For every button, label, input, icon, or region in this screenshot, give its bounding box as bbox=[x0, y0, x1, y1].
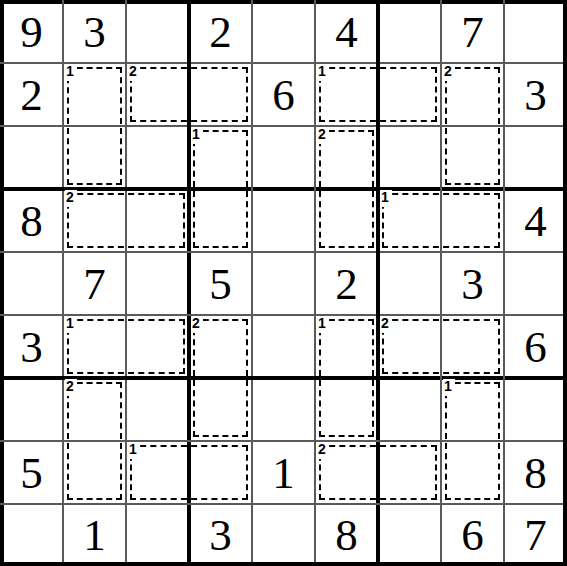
cage-label: 1 bbox=[317, 316, 329, 333]
cell-r5c8-given: 3 bbox=[441, 252, 504, 315]
cell-r2c1-given: 2 bbox=[0, 63, 63, 126]
cell-r1c8-given: 7 bbox=[441, 0, 504, 63]
cage-label: 2 bbox=[317, 127, 329, 144]
cell-r7c9[interactable] bbox=[504, 378, 567, 441]
cell-r9c8-given: 6 bbox=[441, 504, 504, 566]
cell-r3c1[interactable] bbox=[0, 126, 63, 189]
cell-r9c3[interactable] bbox=[126, 504, 189, 566]
cell-r7c5[interactable] bbox=[252, 378, 315, 441]
grid-line bbox=[251, 0, 253, 566]
cage-label: 2 bbox=[65, 190, 77, 207]
cell-r6c9-given: 6 bbox=[504, 315, 567, 378]
cell-r5c2-given: 7 bbox=[63, 252, 126, 315]
cell-r1c9[interactable] bbox=[504, 0, 567, 63]
cell-r5c3[interactable] bbox=[126, 252, 189, 315]
cell-r5c7[interactable] bbox=[378, 252, 441, 315]
cell-r5c5[interactable] bbox=[252, 252, 315, 315]
cell-r9c5[interactable] bbox=[252, 504, 315, 566]
cell-r3c9[interactable] bbox=[504, 126, 567, 189]
cage-r8c3: 1 bbox=[130, 445, 248, 500]
cell-r5c4-given: 5 bbox=[189, 252, 252, 315]
cell-r3c5[interactable] bbox=[252, 126, 315, 189]
cage-label: 2 bbox=[128, 64, 140, 81]
cell-r7c3[interactable] bbox=[126, 378, 189, 441]
cage-r7c8: 1 bbox=[445, 382, 500, 500]
cage-label: 1 bbox=[317, 64, 329, 81]
cage-label: 1 bbox=[191, 127, 203, 144]
cage-r2c8: 2 bbox=[445, 67, 500, 185]
cage-r2c3: 2 bbox=[130, 67, 248, 122]
cage-r4c7: 1 bbox=[382, 193, 500, 248]
cell-r9c9-given: 7 bbox=[504, 504, 567, 566]
grid-line bbox=[0, 62, 567, 64]
cell-r5c1[interactable] bbox=[0, 252, 63, 315]
grid-line bbox=[503, 0, 505, 566]
cage-r3c6: 2 bbox=[319, 130, 374, 248]
grid-line bbox=[314, 0, 316, 566]
cell-r1c6-given: 4 bbox=[315, 0, 378, 63]
cage-label: 1 bbox=[380, 190, 392, 207]
grid-line bbox=[0, 251, 567, 253]
cage-label: 2 bbox=[191, 316, 203, 333]
cell-r5c9[interactable] bbox=[504, 252, 567, 315]
box-border-line bbox=[0, 0, 567, 4]
cell-r8c9-given: 8 bbox=[504, 441, 567, 504]
cage-r6c2: 1 bbox=[67, 319, 185, 374]
box-border-line bbox=[0, 187, 567, 191]
cell-r7c1[interactable] bbox=[0, 378, 63, 441]
cell-r4c9-given: 4 bbox=[504, 189, 567, 252]
cage-label: 2 bbox=[443, 64, 455, 81]
cage-label: 1 bbox=[65, 64, 77, 81]
box-border-line bbox=[0, 376, 567, 380]
cell-r1c3[interactable] bbox=[126, 0, 189, 63]
cage-label: 1 bbox=[128, 442, 140, 459]
cell-r9c2-given: 1 bbox=[63, 504, 126, 566]
cell-r3c7[interactable] bbox=[378, 126, 441, 189]
cell-r2c5-given: 6 bbox=[252, 63, 315, 126]
cage-r2c2: 1 bbox=[67, 67, 122, 185]
box-border-line bbox=[0, 562, 567, 566]
cage-r6c6: 1 bbox=[319, 319, 374, 437]
cage-label: 2 bbox=[380, 316, 392, 333]
cell-r5c6-given: 2 bbox=[315, 252, 378, 315]
cell-r9c7[interactable] bbox=[378, 504, 441, 566]
cage-r6c4: 2 bbox=[193, 319, 248, 437]
cell-r1c4-given: 2 bbox=[189, 0, 252, 63]
cell-r1c7[interactable] bbox=[378, 0, 441, 63]
grid-line bbox=[62, 0, 64, 566]
cell-r7c7[interactable] bbox=[378, 378, 441, 441]
cell-r8c1-given: 5 bbox=[0, 441, 63, 504]
cell-r1c5[interactable] bbox=[252, 0, 315, 63]
cage-label: 2 bbox=[317, 442, 329, 459]
cell-r3c3[interactable] bbox=[126, 126, 189, 189]
cage-label: 1 bbox=[65, 316, 77, 333]
cell-r6c1-given: 3 bbox=[0, 315, 63, 378]
sudoku-board: 9324726384752336518138671212122112122121 bbox=[0, 0, 567, 566]
grid-line bbox=[440, 0, 442, 566]
cage-r4c2: 2 bbox=[67, 193, 185, 248]
cage-r2c6: 1 bbox=[319, 67, 437, 122]
cell-r2c9-given: 3 bbox=[504, 63, 567, 126]
box-border-line bbox=[563, 0, 567, 566]
grid-line bbox=[0, 314, 567, 316]
cell-r4c5[interactable] bbox=[252, 189, 315, 252]
cage-label: 1 bbox=[443, 379, 455, 396]
cage-r3c4: 1 bbox=[193, 130, 248, 248]
cell-r9c6-given: 8 bbox=[315, 504, 378, 566]
box-border-line bbox=[0, 0, 4, 566]
cell-r6c5[interactable] bbox=[252, 315, 315, 378]
grid-line bbox=[0, 503, 567, 505]
cell-r9c4-given: 3 bbox=[189, 504, 252, 566]
cell-r8c5-given: 1 bbox=[252, 441, 315, 504]
cage-r6c7: 2 bbox=[382, 319, 500, 374]
grid-line bbox=[125, 0, 127, 566]
cell-r1c1-given: 9 bbox=[0, 0, 63, 63]
cell-r4c1-given: 8 bbox=[0, 189, 63, 252]
cell-r1c2-given: 3 bbox=[63, 0, 126, 63]
cage-r8c6: 2 bbox=[319, 445, 437, 500]
cage-r7c2: 2 bbox=[67, 382, 122, 500]
cell-r9c1[interactable] bbox=[0, 504, 63, 566]
cage-label: 2 bbox=[65, 379, 77, 396]
